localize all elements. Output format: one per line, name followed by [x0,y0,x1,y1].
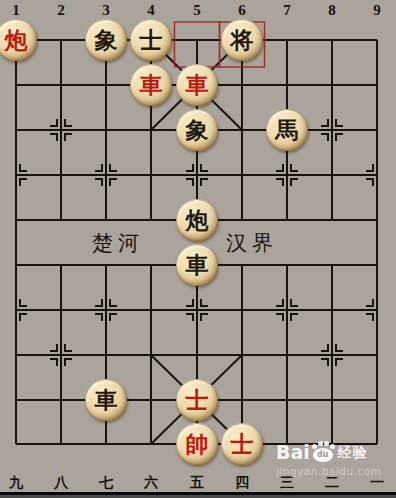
piece-black-advisor-f4r0[interactable]: 士 [130,19,172,61]
piece-glyph: 車 [95,389,118,412]
file-label-top-6: 6 [231,2,253,19]
file-label-top-2: 2 [50,2,72,19]
bottom-window-edge [0,492,396,498]
piece-red-chariot-f4r1[interactable]: 車 [130,64,172,106]
piece-red-chariot-f5r1[interactable]: 車 [176,64,218,106]
piece-black-general-f6r0[interactable]: 将 [221,19,263,61]
file-label-bottom-3: 七 [95,474,117,492]
piece-black-chariot-f3r8[interactable]: 車 [85,379,127,421]
river-label-left: 楚河 [92,229,144,257]
piece-red-advisor-f5r8[interactable]: 士 [176,379,218,421]
piece-black-chariot-f5r5[interactable]: 車 [176,244,218,286]
file-label-bottom-1: 九 [5,474,27,492]
piece-glyph: 士 [140,29,163,52]
file-label-top-5: 5 [186,2,208,19]
watermark-url: jingyan.baidu.com [276,466,394,477]
river-label-right: 汉界 [226,229,278,257]
xiangqi-board-screenshot: 123456789 九八七六五四三二一 楚河 汉界 炮象士将車車象馬炮車車士帥士… [0,0,396,498]
piece-red-advisor-f6r9[interactable]: 士 [221,423,263,465]
piece-black-horse-f7r2[interactable]: 馬 [266,109,308,151]
file-label-top-8: 8 [321,2,343,19]
watermark-bai-text: Bai [276,443,310,462]
piece-red-general-f5r9[interactable]: 帥 [176,423,218,465]
file-label-bottom-2: 八 [50,474,72,492]
file-label-top-1: 1 [5,2,27,19]
piece-glyph: 象 [186,119,209,142]
file-label-bottom-4: 六 [140,474,162,492]
piece-glyph: 将 [231,29,254,52]
piece-glyph: 車 [186,74,209,97]
baidu-paw-icon: du [311,441,335,463]
file-label-top-4: 4 [140,2,162,19]
file-label-top-7: 7 [276,2,298,19]
file-label-bottom-5: 五 [186,474,208,492]
piece-glyph: 馬 [276,119,299,142]
piece-glyph: 帥 [186,433,209,456]
piece-glyph: 炮 [186,209,209,232]
watermark-logo: Bai du 经验 [276,441,394,463]
piece-glyph: 車 [186,254,209,277]
file-label-top-9: 9 [366,2,388,19]
piece-black-elephant-f5r2[interactable]: 象 [176,109,218,151]
baidu-jingyan-watermark: Bai du 经验 jingyan.baidu.com [276,441,394,477]
piece-glyph: 車 [140,74,163,97]
watermark-jingyan-text: 经验 [338,445,368,459]
watermark-du-text: du [317,451,328,459]
piece-glyph: 士 [231,433,254,456]
piece-black-cannon-f5r4[interactable]: 炮 [176,199,218,241]
file-label-top-3: 3 [95,2,117,19]
piece-glyph: 炮 [5,29,28,52]
file-label-bottom-6: 四 [231,474,253,492]
piece-glyph: 士 [186,389,209,412]
piece-black-elephant-f3r0[interactable]: 象 [85,19,127,61]
piece-glyph: 象 [95,29,118,52]
